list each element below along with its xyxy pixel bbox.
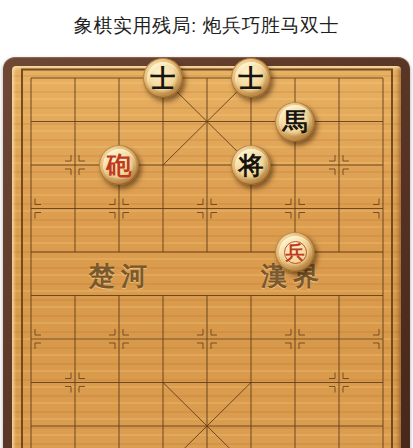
piece-red-pawn[interactable]: 兵: [275, 232, 315, 272]
xiangqi-board: 楚河 漢界 士士馬砲将兵: [3, 57, 410, 448]
piece-face: 砲: [103, 149, 136, 182]
page-title: 象棋实用残局: 炮兵巧胜马双士: [0, 13, 413, 39]
piece-face: 士: [147, 62, 180, 95]
piece-red-cannon[interactable]: 砲: [99, 145, 139, 185]
piece-character: 将: [239, 153, 264, 178]
piece-character: 馬: [283, 109, 308, 134]
piece-character: 士: [151, 66, 176, 91]
piece-face: 馬: [279, 105, 312, 138]
piece-character: 砲: [107, 153, 132, 178]
piece-black-horse[interactable]: 馬: [275, 102, 315, 142]
piece-black-advisor[interactable]: 士: [231, 58, 271, 98]
piece-face: 将: [235, 149, 268, 182]
piece-face: 士: [235, 62, 268, 95]
board-wood: 楚河 漢界 士士馬砲将兵: [12, 66, 401, 448]
river-label-chu-he: 楚河: [89, 259, 153, 294]
piece-black-general[interactable]: 将: [231, 145, 271, 185]
piece-character: 士: [239, 66, 264, 91]
board-grid: [12, 66, 401, 448]
piece-character: 兵: [286, 243, 305, 262]
piece-face: 兵: [279, 236, 312, 269]
piece-black-advisor[interactable]: 士: [143, 58, 183, 98]
